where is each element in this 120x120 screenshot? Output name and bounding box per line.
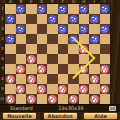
square-H3[interactable] [79,24,90,34]
square-H8[interactable] [79,74,90,84]
square-F3[interactable] [58,24,69,34]
board [5,4,110,104]
square-J9[interactable] [100,84,111,94]
square-B3[interactable] [16,24,27,34]
square-J3[interactable] [100,24,111,34]
square-G7[interactable] [68,64,79,74]
square-H10[interactable] [79,94,90,104]
square-E6[interactable] [47,54,58,64]
square-H4[interactable] [79,34,90,44]
square-J2[interactable] [100,14,111,24]
square-C1[interactable] [26,4,37,14]
square-B1[interactable] [16,4,27,14]
square-A1[interactable] [5,4,16,14]
square-J1[interactable] [100,4,111,14]
square-C6[interactable] [26,54,37,64]
square-G8[interactable] [68,74,79,84]
red-piece[interactable] [90,75,99,84]
square-J8[interactable] [100,74,111,84]
red-piece[interactable] [16,65,25,74]
square-D4[interactable] [37,34,48,44]
square-J6[interactable] [100,54,111,64]
square-J5[interactable] [100,44,111,54]
draughts-app-window: ABCDEFGHIJ 12345678910 Standard 19x30x39… [0,0,120,120]
square-C10[interactable] [26,94,37,104]
square-J7[interactable] [100,64,111,74]
square-A5[interactable] [5,44,16,54]
red-piece[interactable] [100,85,109,94]
blue-piece[interactable] [48,15,57,24]
square-A8[interactable] [5,74,16,84]
square-D5[interactable] [37,44,48,54]
square-C8[interactable] [26,74,37,84]
square-C4[interactable] [26,34,37,44]
button-row: Nouvelle Abandon Aide [0,111,120,120]
square-I10[interactable] [89,94,100,104]
square-C9[interactable] [26,84,37,94]
square-G1[interactable] [68,4,79,14]
new-game-button[interactable]: Nouvelle [2,112,37,120]
square-C2[interactable] [26,14,37,24]
blue-piece[interactable] [79,25,88,34]
square-H7[interactable] [79,64,90,74]
square-E10[interactable] [47,94,58,104]
square-E4[interactable] [47,34,58,44]
red-piece[interactable] [27,95,36,104]
square-G10[interactable] [68,94,79,104]
red-piece[interactable] [48,95,57,104]
square-F8[interactable] [58,74,69,84]
square-G2[interactable] [68,14,79,24]
red-piece[interactable] [16,85,25,94]
square-A4[interactable] [5,34,16,44]
square-C7[interactable] [26,64,37,74]
red-piece[interactable] [79,85,88,94]
square-D1[interactable] [37,4,48,14]
red-piece[interactable] [27,55,36,64]
blue-piece[interactable] [16,5,25,14]
square-I8[interactable] [89,74,100,84]
square-A10[interactable] [5,94,16,104]
square-I5[interactable] [89,44,100,54]
square-D2[interactable] [37,14,48,24]
blue-piece[interactable] [6,15,15,24]
red-piece[interactable] [69,95,78,104]
square-D9[interactable] [37,84,48,94]
square-C5[interactable] [26,44,37,54]
square-I9[interactable] [89,84,100,94]
square-I1[interactable] [89,4,100,14]
blue-piece[interactable] [69,15,78,24]
square-B5[interactable] [16,44,27,54]
square-B9[interactable] [16,84,27,94]
blue-piece[interactable] [58,25,67,34]
blue-piece[interactable] [69,35,78,44]
blue-piece[interactable] [79,5,88,14]
square-G3[interactable] [68,24,79,34]
square-A2[interactable] [5,14,16,24]
resign-button[interactable]: Abandon [43,112,78,120]
square-E2[interactable] [47,14,58,24]
blue-piece[interactable] [100,25,109,34]
square-E7[interactable] [47,64,58,74]
square-B8[interactable] [16,74,27,84]
square-I4[interactable] [89,34,100,44]
blue-piece[interactable] [100,5,109,14]
blue-piece[interactable] [16,25,25,34]
square-D3[interactable] [37,24,48,34]
square-H9[interactable] [79,84,90,94]
square-F10[interactable] [58,94,69,104]
red-piece[interactable] [6,95,15,104]
square-J10[interactable] [100,94,111,104]
red-piece[interactable] [90,95,99,104]
square-F9[interactable] [58,84,69,94]
red-piece[interactable] [37,85,46,94]
blue-piece[interactable] [58,5,67,14]
red-piece[interactable] [27,75,36,84]
square-B4[interactable] [16,34,27,44]
square-F5[interactable] [58,44,69,54]
square-E3[interactable] [47,24,58,34]
blue-piece[interactable] [90,35,99,44]
square-H5[interactable] [79,44,90,54]
square-I7[interactable] [89,64,100,74]
red-piece[interactable] [6,75,15,84]
square-I3[interactable] [89,24,100,34]
red-piece[interactable] [58,85,67,94]
square-E8[interactable] [47,74,58,84]
red-piece[interactable] [37,65,46,74]
red-piece[interactable] [100,65,109,74]
square-H1[interactable] [79,4,90,14]
square-C3[interactable] [26,24,37,34]
square-B6[interactable] [16,54,27,64]
square-J4[interactable] [100,34,111,44]
square-F2[interactable] [58,14,69,24]
square-F6[interactable] [58,54,69,64]
square-B10[interactable] [16,94,27,104]
square-B7[interactable] [16,64,27,74]
square-F7[interactable] [58,64,69,74]
square-I6[interactable] [89,54,100,64]
square-I2[interactable] [89,14,100,24]
square-D8[interactable] [37,74,48,84]
square-E5[interactable] [47,44,58,54]
blue-piece[interactable] [6,35,15,44]
square-E9[interactable] [47,84,58,94]
square-D10[interactable] [37,94,48,104]
square-B2[interactable] [16,14,27,24]
square-F4[interactable] [58,34,69,44]
square-A9[interactable] [5,84,16,94]
square-A7[interactable] [5,64,16,74]
square-D7[interactable] [37,64,48,74]
square-A3[interactable] [5,24,16,34]
square-G5[interactable] [68,44,79,54]
square-H2[interactable] [79,14,90,24]
square-F1[interactable] [58,4,69,14]
square-E1[interactable] [47,4,58,14]
blue-piece[interactable] [90,15,99,24]
square-A6[interactable] [5,54,16,64]
square-G6[interactable] [68,54,79,64]
square-G9[interactable] [68,84,79,94]
square-D6[interactable] [37,54,48,64]
blue-piece[interactable] [37,5,46,14]
help-button[interactable]: Aide [83,112,118,120]
square-G4[interactable] [68,34,79,44]
red-piece[interactable] [79,45,88,54]
square-H6[interactable] [79,54,90,64]
red-piece[interactable] [79,65,88,74]
